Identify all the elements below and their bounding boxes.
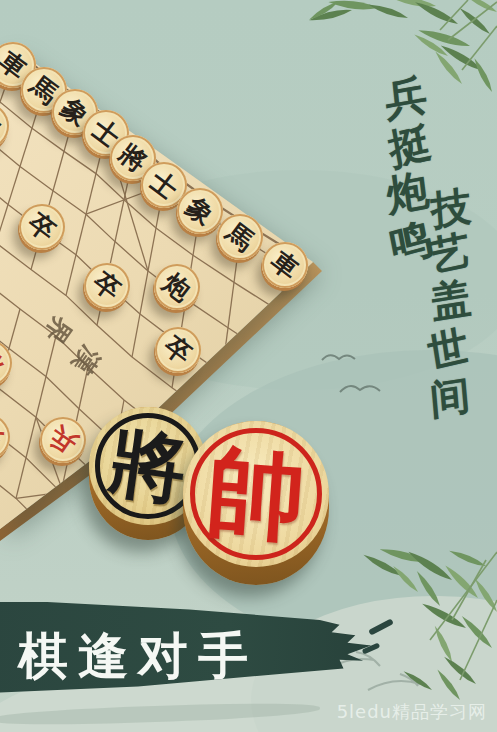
black-general-glyph: 將 xyxy=(105,423,191,509)
piece-black[interactable]: 象 xyxy=(177,188,223,234)
piece-black[interactable]: 馬 xyxy=(217,214,263,260)
piece-red[interactable]: 兵 xyxy=(40,417,86,463)
red-general-face: 帥 xyxy=(183,421,329,567)
calligraphy-char: 间 xyxy=(428,367,472,428)
piece-black[interactable]: 卒 xyxy=(155,327,201,373)
piece-black[interactable]: 車 xyxy=(262,242,308,288)
piece-glyph: 士 xyxy=(146,167,182,203)
piece-glyph: 車 xyxy=(267,247,303,283)
piece-black[interactable]: 卒 xyxy=(84,263,130,309)
red-general-glyph: 帥 xyxy=(204,442,309,547)
piece-glyph: 卒 xyxy=(89,268,125,304)
xiangqi-poster: 界漢 車馬象士將士象馬車卒卒卒炮卒相兵兵 將 帥 兵挺炮鸣技艺盖世间 棋逢对手 … xyxy=(0,0,497,732)
piece-glyph: 炮 xyxy=(159,269,195,305)
piece-glyph: 兵 xyxy=(0,419,5,455)
watermark: 5ledu精品学习网 xyxy=(337,700,487,724)
piece-glyph: 象 xyxy=(182,193,218,229)
piece-glyph: 卒 xyxy=(160,332,196,368)
piece-black[interactable]: 炮 xyxy=(154,264,200,310)
piece-glyph: 馬 xyxy=(222,219,258,255)
piece-glyph: 卒 xyxy=(0,108,4,144)
piece-glyph: 兵 xyxy=(45,422,81,458)
piece-glyph: 卒 xyxy=(24,209,60,245)
piece-black[interactable]: 卒 xyxy=(19,204,65,250)
red-general-piece[interactable]: 帥 xyxy=(183,421,329,585)
piece-glyph: 相 xyxy=(0,345,7,381)
